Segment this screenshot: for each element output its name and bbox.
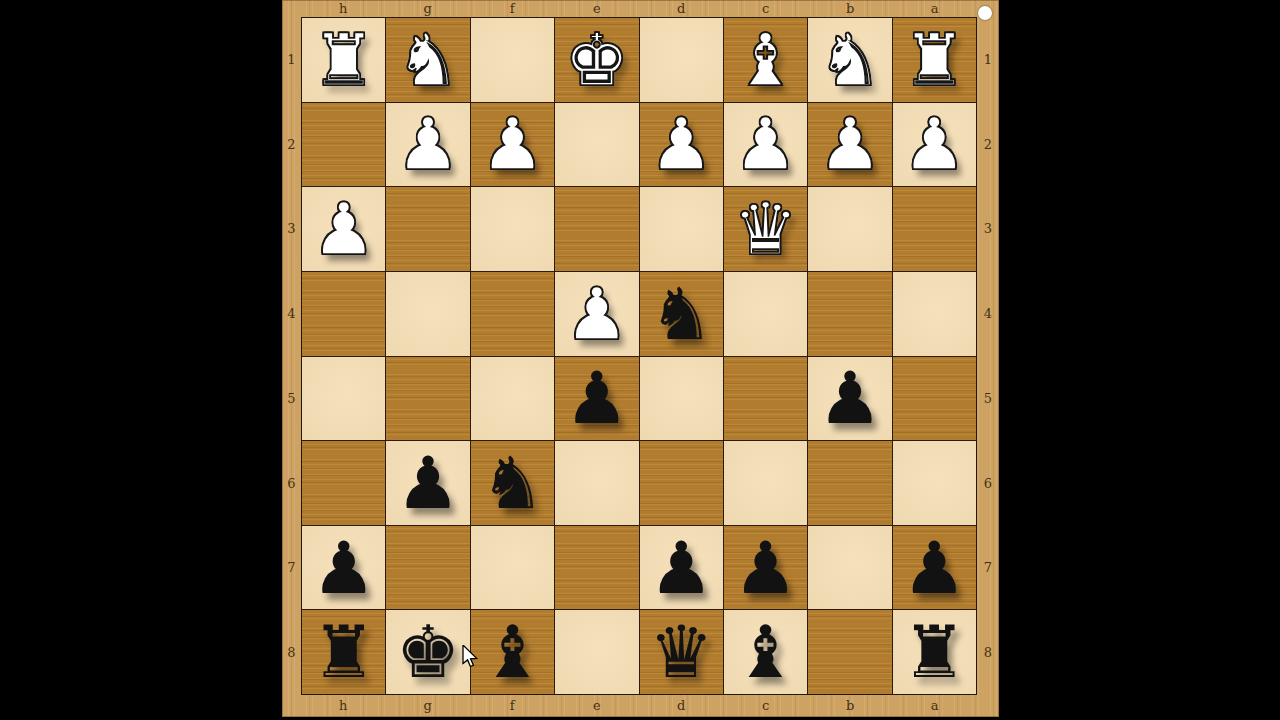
square-b4[interactable] <box>808 272 891 356</box>
file-label-a: a <box>893 695 978 716</box>
rank-label-2: 2 <box>977 102 999 187</box>
square-f4[interactable] <box>471 272 554 356</box>
file-label-h: h <box>301 695 386 716</box>
square-d5[interactable] <box>640 357 723 441</box>
square-c8[interactable]: ♝ <box>724 610 807 694</box>
square-d2[interactable]: ♟ <box>640 103 723 187</box>
piece-black-pawn: ♟ <box>396 447 461 519</box>
piece-black-pawn: ♟ <box>649 532 714 604</box>
chess-board: ♜♞♚♝♞♜♟♟♟♟♟♟♟♛♟♞♟♟♟♞♟♟♟♟♜♚♝♛♝♜ <box>301 17 977 695</box>
square-h8[interactable]: ♜ <box>302 610 385 694</box>
rank-label-7: 7 <box>977 526 999 611</box>
square-f8[interactable]: ♝ <box>471 610 554 694</box>
piece-black-pawn: ♟ <box>311 532 376 604</box>
square-d3[interactable] <box>640 187 723 271</box>
file-labels-top: hgfedcba <box>301 0 977 17</box>
square-c5[interactable] <box>724 357 807 441</box>
square-f6[interactable]: ♞ <box>471 441 554 525</box>
square-h5[interactable] <box>302 357 385 441</box>
file-label-f: f <box>470 695 555 716</box>
piece-white-queen: ♛ <box>733 193 798 265</box>
square-h6[interactable] <box>302 441 385 525</box>
piece-black-rook: ♜ <box>311 616 376 688</box>
piece-black-pawn: ♟ <box>565 362 630 434</box>
square-g3[interactable] <box>386 187 469 271</box>
rank-label-3: 3 <box>282 187 301 272</box>
square-e4[interactable]: ♟ <box>555 272 638 356</box>
square-c4[interactable] <box>724 272 807 356</box>
file-label-b: b <box>808 695 893 716</box>
square-e6[interactable] <box>555 441 638 525</box>
square-f5[interactable] <box>471 357 554 441</box>
file-label-g: g <box>386 0 471 17</box>
square-b7[interactable] <box>808 526 891 610</box>
square-d7[interactable]: ♟ <box>640 526 723 610</box>
square-a6[interactable] <box>893 441 976 525</box>
square-d4[interactable]: ♞ <box>640 272 723 356</box>
piece-white-bishop: ♝ <box>733 24 798 96</box>
square-f2[interactable]: ♟ <box>471 103 554 187</box>
square-g4[interactable] <box>386 272 469 356</box>
piece-black-pawn: ♟ <box>902 532 967 604</box>
rank-label-2: 2 <box>282 102 301 187</box>
square-h2[interactable] <box>302 103 385 187</box>
rank-label-6: 6 <box>282 441 301 526</box>
square-g6[interactable]: ♟ <box>386 441 469 525</box>
piece-black-bishop: ♝ <box>733 616 798 688</box>
file-labels-bottom: hgfedcba <box>301 695 977 716</box>
piece-white-pawn: ♟ <box>565 278 630 350</box>
square-f3[interactable] <box>471 187 554 271</box>
square-g7[interactable] <box>386 526 469 610</box>
square-e8[interactable] <box>555 610 638 694</box>
square-c3[interactable]: ♛ <box>724 187 807 271</box>
square-b8[interactable] <box>808 610 891 694</box>
square-c7[interactable]: ♟ <box>724 526 807 610</box>
piece-white-pawn: ♟ <box>733 108 798 180</box>
file-label-a: a <box>893 0 978 17</box>
square-g1[interactable]: ♞ <box>386 18 469 102</box>
file-label-d: d <box>639 0 724 17</box>
piece-white-knight: ♞ <box>818 24 883 96</box>
piece-black-king: ♚ <box>396 616 461 688</box>
rank-label-1: 1 <box>977 17 999 102</box>
piece-white-rook: ♜ <box>902 24 967 96</box>
square-a5[interactable] <box>893 357 976 441</box>
rank-label-3: 3 <box>977 187 999 272</box>
piece-black-knight: ♞ <box>649 278 714 350</box>
square-a8[interactable]: ♜ <box>893 610 976 694</box>
square-h3[interactable]: ♟ <box>302 187 385 271</box>
square-b2[interactable]: ♟ <box>808 103 891 187</box>
square-a7[interactable]: ♟ <box>893 526 976 610</box>
piece-white-knight: ♞ <box>396 24 461 96</box>
square-e1[interactable]: ♚ <box>555 18 638 102</box>
piece-black-rook: ♜ <box>902 616 967 688</box>
square-e3[interactable] <box>555 187 638 271</box>
file-label-d: d <box>639 695 724 716</box>
piece-white-rook: ♜ <box>311 24 376 96</box>
file-label-c: c <box>724 0 809 17</box>
chess-app-stage: hgfedcba hgfedcba 12345678 12345678 ♜♞♚♝… <box>0 0 1280 720</box>
piece-white-pawn: ♟ <box>818 108 883 180</box>
rank-label-8: 8 <box>282 610 301 695</box>
square-g8[interactable]: ♚ <box>386 610 469 694</box>
square-c6[interactable] <box>724 441 807 525</box>
square-a2[interactable]: ♟ <box>893 103 976 187</box>
square-b1[interactable]: ♞ <box>808 18 891 102</box>
file-label-e: e <box>555 0 640 17</box>
piece-black-pawn: ♟ <box>733 532 798 604</box>
square-c2[interactable]: ♟ <box>724 103 807 187</box>
piece-black-pawn: ♟ <box>818 362 883 434</box>
file-label-f: f <box>470 0 555 17</box>
piece-white-pawn: ♟ <box>649 108 714 180</box>
square-d8[interactable]: ♛ <box>640 610 723 694</box>
rank-label-4: 4 <box>282 271 301 356</box>
piece-white-pawn: ♟ <box>396 108 461 180</box>
square-e5[interactable]: ♟ <box>555 357 638 441</box>
piece-white-pawn: ♟ <box>311 193 376 265</box>
square-a1[interactable]: ♜ <box>893 18 976 102</box>
square-g5[interactable] <box>386 357 469 441</box>
rank-label-1: 1 <box>282 17 301 102</box>
square-b5[interactable]: ♟ <box>808 357 891 441</box>
rank-labels-left: 12345678 <box>282 17 301 695</box>
piece-white-pawn: ♟ <box>902 108 967 180</box>
square-a3[interactable] <box>893 187 976 271</box>
piece-white-pawn: ♟ <box>480 108 545 180</box>
piece-black-knight: ♞ <box>480 447 545 519</box>
square-f1[interactable] <box>471 18 554 102</box>
square-h1[interactable]: ♜ <box>302 18 385 102</box>
piece-white-king: ♚ <box>565 24 630 96</box>
rank-label-6: 6 <box>977 441 999 526</box>
square-c1[interactable]: ♝ <box>724 18 807 102</box>
file-label-b: b <box>808 0 893 17</box>
file-label-g: g <box>386 695 471 716</box>
file-label-c: c <box>724 695 809 716</box>
square-a4[interactable] <box>893 272 976 356</box>
piece-black-bishop: ♝ <box>480 616 545 688</box>
square-b6[interactable] <box>808 441 891 525</box>
piece-black-queen: ♛ <box>649 616 714 688</box>
rank-label-8: 8 <box>977 610 999 695</box>
mouse-cursor-icon <box>462 645 482 671</box>
file-label-h: h <box>301 0 386 17</box>
white-to-move-indicator <box>978 6 992 20</box>
square-h4[interactable] <box>302 272 385 356</box>
file-label-e: e <box>555 695 640 716</box>
rank-label-7: 7 <box>282 526 301 611</box>
rank-label-5: 5 <box>282 356 301 441</box>
square-d6[interactable] <box>640 441 723 525</box>
square-g2[interactable]: ♟ <box>386 103 469 187</box>
rank-labels-right: 12345678 <box>977 17 999 695</box>
square-e7[interactable] <box>555 526 638 610</box>
square-e2[interactable] <box>555 103 638 187</box>
square-d1[interactable] <box>640 18 723 102</box>
square-h7[interactable]: ♟ <box>302 526 385 610</box>
rank-label-4: 4 <box>977 271 999 356</box>
square-b3[interactable] <box>808 187 891 271</box>
square-f7[interactable] <box>471 526 554 610</box>
rank-label-5: 5 <box>977 356 999 441</box>
